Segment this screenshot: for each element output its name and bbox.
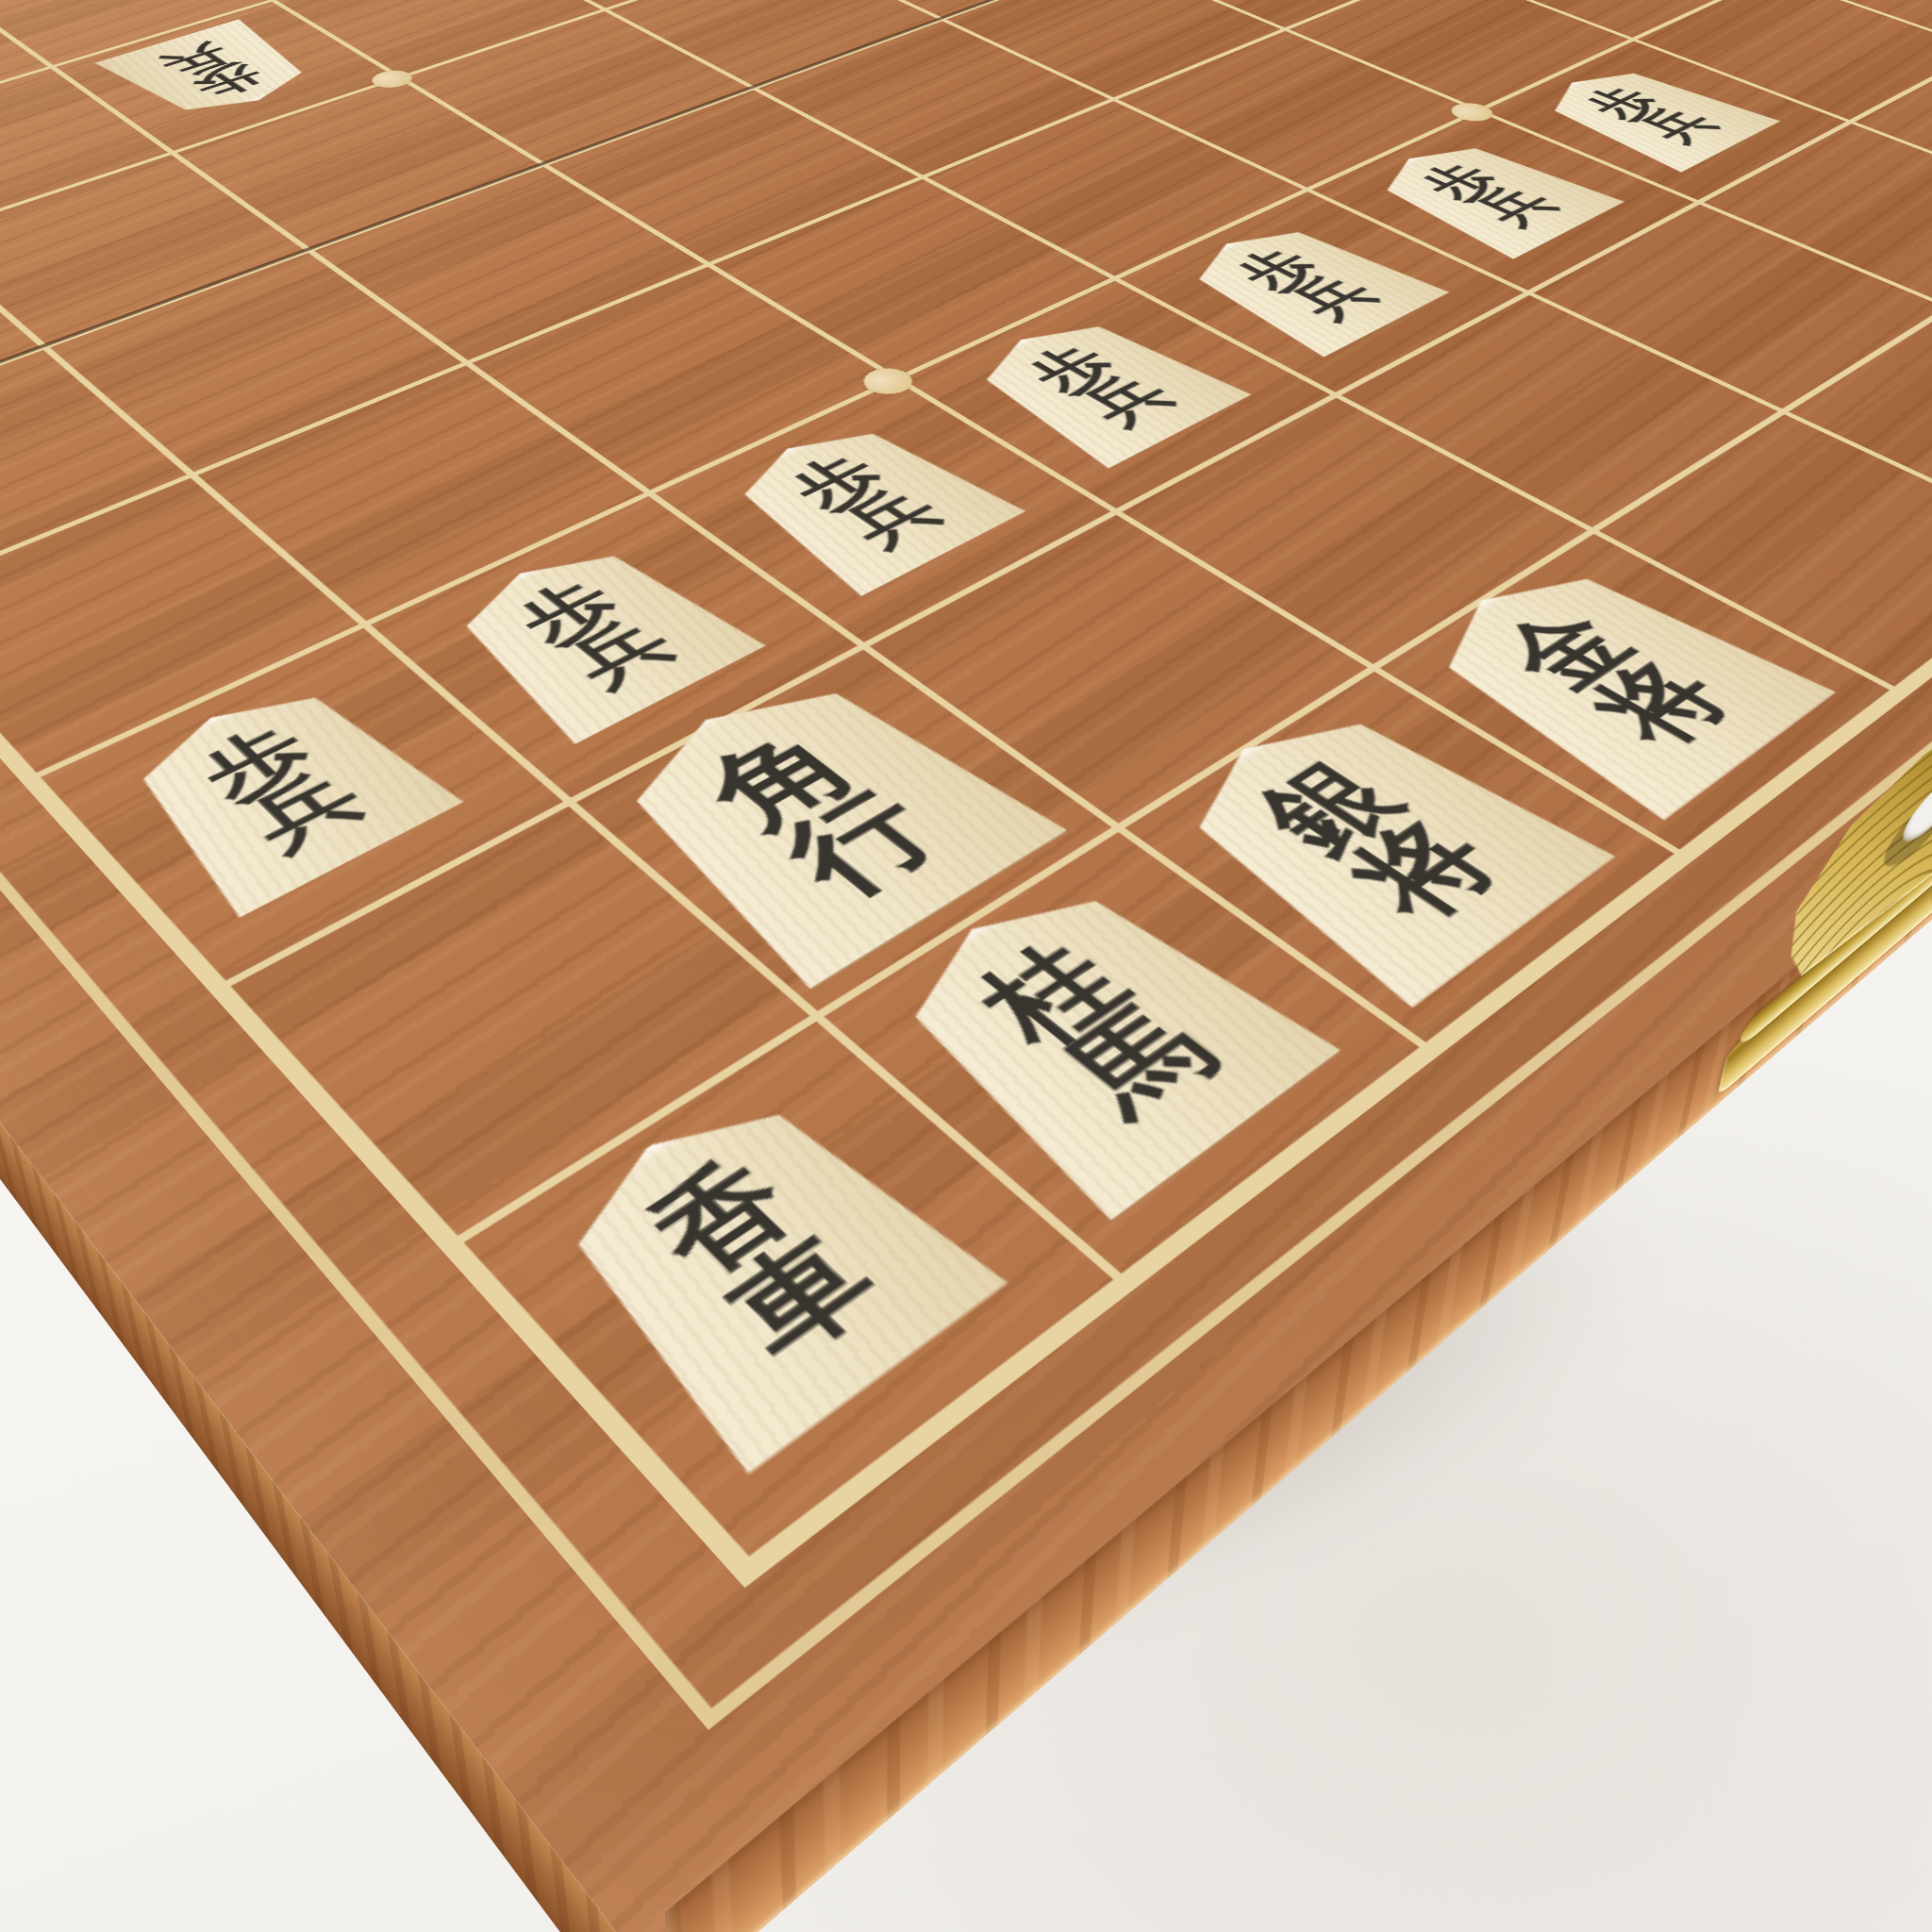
piece-47-pawn: 歩兵 [1350,132,1626,260]
piece-kanji: 将 [1575,650,1741,754]
piece-kanji: 兵 [1629,104,1725,146]
piece-67-pawn: 歩兵 [945,306,1254,470]
piece-73-pawn: 歩兵 [92,18,333,125]
piece-97-pawn: 歩兵 [95,667,467,921]
piece-kanji: 兵 [1464,182,1566,230]
piece-37-pawn: 歩兵 [1519,58,1782,173]
piece-57-pawn: 歩兵 [1160,214,1452,358]
piece-87-pawn: 歩兵 [421,529,769,746]
piece-77-pawn: 歩兵 [702,410,1029,598]
piece-99-lance: 香車 [513,1066,1013,1478]
